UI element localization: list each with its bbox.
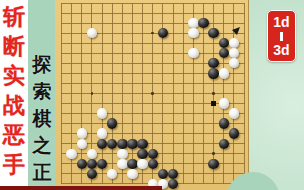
banner-character: 索 bbox=[29, 80, 55, 103]
white-stone bbox=[87, 149, 97, 159]
black-stone bbox=[168, 169, 178, 179]
black-stone bbox=[219, 139, 229, 149]
banner-character: 探 bbox=[29, 53, 55, 76]
grid-line bbox=[203, 3, 204, 185]
black-stone bbox=[87, 159, 97, 169]
white-stone bbox=[97, 128, 107, 138]
banner-character: 实 bbox=[0, 63, 28, 89]
black-stone bbox=[219, 48, 229, 58]
grid-line bbox=[183, 3, 184, 185]
grid-line bbox=[173, 3, 174, 185]
white-stone bbox=[87, 28, 97, 38]
white-stone bbox=[229, 108, 239, 118]
black-stone bbox=[208, 58, 218, 68]
black-stone bbox=[208, 159, 218, 169]
white-stone bbox=[66, 149, 76, 159]
black-stone bbox=[148, 149, 158, 159]
bottom-caption-bar bbox=[0, 186, 162, 190]
white-stone bbox=[229, 48, 239, 58]
grid-line bbox=[61, 143, 245, 144]
white-stone bbox=[97, 108, 107, 118]
black-stone bbox=[219, 38, 229, 48]
white-stone bbox=[137, 159, 147, 169]
black-stone bbox=[208, 28, 218, 38]
black-stone bbox=[219, 118, 229, 128]
banner-character: 斩 bbox=[0, 4, 28, 30]
black-stone bbox=[148, 159, 158, 169]
white-stone bbox=[188, 18, 198, 28]
black-stone bbox=[168, 179, 178, 189]
white-stone bbox=[117, 149, 127, 159]
black-stone bbox=[97, 139, 107, 149]
grid-line bbox=[61, 113, 245, 114]
white-stone bbox=[77, 128, 87, 138]
black-stone bbox=[117, 139, 127, 149]
rank-badge: 1d 3d bbox=[267, 10, 296, 62]
white-stone bbox=[117, 159, 127, 169]
grid-line bbox=[61, 103, 245, 104]
white-stone bbox=[77, 139, 87, 149]
grid-line bbox=[61, 123, 245, 124]
black-stone bbox=[198, 18, 208, 28]
white-stone bbox=[127, 169, 137, 179]
black-stone bbox=[158, 169, 168, 179]
grid-line bbox=[244, 3, 245, 185]
white-stone bbox=[229, 38, 239, 48]
banner-character: 战 bbox=[0, 93, 28, 119]
rank-badge-divider bbox=[280, 32, 283, 41]
white-stone bbox=[107, 169, 117, 179]
black-stone bbox=[107, 118, 117, 128]
white-stone bbox=[229, 58, 239, 68]
black-stone bbox=[77, 159, 87, 169]
black-stone bbox=[158, 28, 168, 38]
banner-character: 手 bbox=[0, 152, 28, 178]
banner-character: 之 bbox=[29, 134, 55, 157]
black-stone bbox=[208, 68, 218, 78]
white-stone bbox=[188, 28, 198, 38]
black-stone bbox=[107, 139, 117, 149]
white-stone bbox=[219, 68, 229, 78]
star-point bbox=[212, 92, 215, 95]
star-point bbox=[212, 152, 215, 155]
black-stone bbox=[137, 139, 147, 149]
black-stone bbox=[127, 139, 137, 149]
black-stone bbox=[127, 159, 137, 169]
banner-character: 恶 bbox=[0, 122, 28, 148]
go-board[interactable] bbox=[55, 0, 249, 190]
banner-character: 断 bbox=[0, 34, 28, 60]
star-point bbox=[91, 92, 94, 95]
rank-badge-top: 1d bbox=[273, 15, 289, 30]
grid-line bbox=[61, 133, 245, 134]
black-stone bbox=[87, 169, 97, 179]
banner-character: 棋 bbox=[29, 107, 55, 130]
black-stone bbox=[97, 159, 107, 169]
rank-badge-bottom: 3d bbox=[273, 43, 289, 58]
grid-line bbox=[223, 3, 224, 185]
video-frame: 斩断实战恶手 探索棋之正道 1d 3d bbox=[0, 0, 304, 190]
banner-character: 正 bbox=[29, 161, 55, 184]
white-stone bbox=[188, 48, 198, 58]
white-stone bbox=[219, 98, 229, 108]
black-stone bbox=[137, 149, 147, 159]
black-stone bbox=[229, 128, 239, 138]
move-marker-square bbox=[211, 101, 216, 106]
star-point bbox=[151, 92, 154, 95]
